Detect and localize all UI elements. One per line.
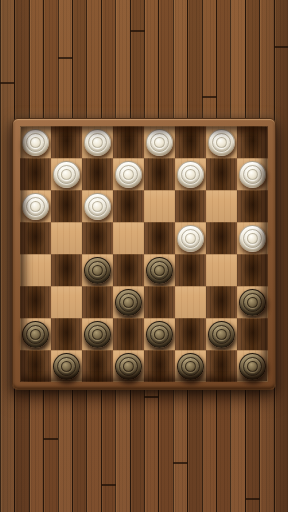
board-square[interactable] [175, 350, 206, 382]
board-square[interactable] [144, 158, 175, 190]
board-square[interactable] [175, 254, 206, 286]
board-square[interactable] [175, 222, 206, 254]
board-square[interactable] [144, 286, 175, 318]
black-piece[interactable] [146, 257, 173, 284]
board-square[interactable] [113, 286, 144, 318]
board-square[interactable] [206, 158, 237, 190]
board-square[interactable] [82, 126, 113, 158]
board-square[interactable] [51, 158, 82, 190]
checkers-app-screen [0, 0, 288, 512]
board-square[interactable] [51, 222, 82, 254]
board-square[interactable] [206, 318, 237, 350]
board-square[interactable] [206, 190, 237, 222]
board-square[interactable] [144, 254, 175, 286]
white-piece[interactable] [146, 129, 173, 156]
black-piece[interactable] [239, 289, 266, 316]
board-square[interactable] [20, 254, 51, 286]
black-piece[interactable] [146, 321, 173, 348]
board-square[interactable] [82, 158, 113, 190]
black-piece[interactable] [239, 353, 266, 380]
board-square[interactable] [113, 254, 144, 286]
board-square[interactable] [237, 318, 268, 350]
board-square[interactable] [237, 190, 268, 222]
black-piece[interactable] [115, 289, 142, 316]
board-square[interactable] [175, 158, 206, 190]
board-square[interactable] [175, 190, 206, 222]
black-piece[interactable] [22, 321, 49, 348]
board-square[interactable] [113, 222, 144, 254]
board-square[interactable] [144, 222, 175, 254]
board-square[interactable] [144, 350, 175, 382]
white-piece[interactable] [22, 129, 49, 156]
board-square[interactable] [51, 190, 82, 222]
black-piece[interactable] [115, 353, 142, 380]
board-square[interactable] [206, 254, 237, 286]
board-square[interactable] [82, 190, 113, 222]
white-piece[interactable] [84, 193, 111, 220]
board-square[interactable] [237, 286, 268, 318]
board-square[interactable] [82, 318, 113, 350]
board-square[interactable] [144, 126, 175, 158]
board-square[interactable] [144, 318, 175, 350]
white-piece[interactable] [84, 129, 111, 156]
board-square[interactable] [82, 350, 113, 382]
white-piece[interactable] [239, 225, 266, 252]
board-square[interactable] [20, 126, 51, 158]
board-square[interactable] [175, 286, 206, 318]
white-piece[interactable] [22, 193, 49, 220]
board-square[interactable] [206, 222, 237, 254]
black-piece[interactable] [208, 321, 235, 348]
board-square[interactable] [113, 158, 144, 190]
board-square[interactable] [206, 350, 237, 382]
board-square[interactable] [206, 286, 237, 318]
black-piece[interactable] [177, 353, 204, 380]
board-square[interactable] [113, 190, 144, 222]
board-square[interactable] [206, 126, 237, 158]
white-piece[interactable] [239, 161, 266, 188]
board-square[interactable] [113, 318, 144, 350]
board-square[interactable] [113, 350, 144, 382]
checkers-board [12, 118, 276, 390]
white-piece[interactable] [177, 225, 204, 252]
board-square[interactable] [237, 254, 268, 286]
board-square[interactable] [51, 254, 82, 286]
board-square[interactable] [82, 286, 113, 318]
board-square[interactable] [237, 126, 268, 158]
board-square[interactable] [51, 126, 82, 158]
board-square[interactable] [51, 350, 82, 382]
white-piece[interactable] [53, 161, 80, 188]
board-square[interactable] [51, 286, 82, 318]
board-square[interactable] [237, 158, 268, 190]
board-grid [20, 126, 268, 382]
black-piece[interactable] [53, 353, 80, 380]
board-square[interactable] [175, 318, 206, 350]
board-square[interactable] [82, 254, 113, 286]
board-square[interactable] [20, 350, 51, 382]
board-square[interactable] [113, 126, 144, 158]
board-square[interactable] [237, 222, 268, 254]
board-square[interactable] [20, 222, 51, 254]
board-square[interactable] [144, 190, 175, 222]
black-piece[interactable] [84, 257, 111, 284]
white-piece[interactable] [115, 161, 142, 188]
board-square[interactable] [175, 126, 206, 158]
white-piece[interactable] [177, 161, 204, 188]
white-piece[interactable] [208, 129, 235, 156]
board-square[interactable] [20, 190, 51, 222]
black-piece[interactable] [84, 321, 111, 348]
board-square[interactable] [82, 222, 113, 254]
board-square[interactable] [20, 286, 51, 318]
board-square[interactable] [51, 318, 82, 350]
board-square[interactable] [20, 158, 51, 190]
board-square[interactable] [20, 318, 51, 350]
board-square[interactable] [237, 350, 268, 382]
